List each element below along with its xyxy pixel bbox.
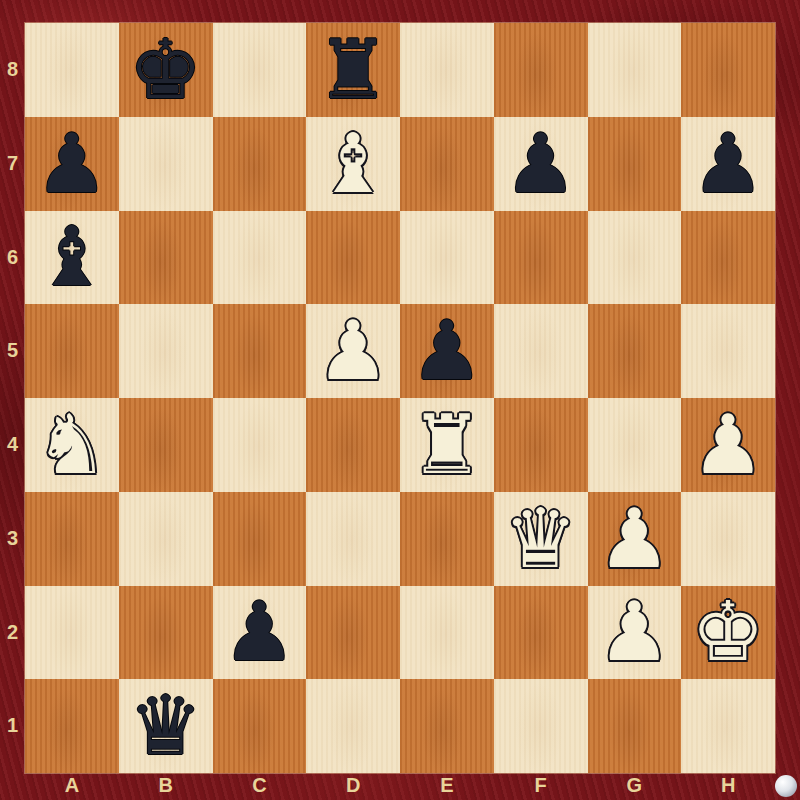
square-e3[interactable] (400, 492, 494, 586)
square-f7[interactable]: ♟ (494, 117, 588, 211)
square-g2[interactable]: ♟ (588, 586, 682, 680)
square-h4[interactable]: ♟ (681, 398, 775, 492)
piece-black-pawn: ♟ (35, 123, 109, 205)
square-e5[interactable]: ♟ (400, 304, 494, 398)
square-c1[interactable] (213, 679, 307, 773)
square-c3[interactable] (213, 492, 307, 586)
square-a6[interactable]: ♝ (25, 211, 119, 305)
square-e1[interactable] (400, 679, 494, 773)
piece-white-king: ♚ (691, 591, 765, 673)
square-h6[interactable] (681, 211, 775, 305)
square-c4[interactable] (213, 398, 307, 492)
piece-black-pawn: ♟ (223, 591, 297, 673)
piece-white-knight: ♞ (35, 404, 109, 486)
file-label-d: D (306, 771, 400, 800)
square-c5[interactable] (213, 304, 307, 398)
square-f6[interactable] (494, 211, 588, 305)
square-a2[interactable] (25, 586, 119, 680)
square-a8[interactable] (25, 23, 119, 117)
square-c7[interactable] (213, 117, 307, 211)
square-b3[interactable] (119, 492, 213, 586)
square-g1[interactable] (588, 679, 682, 773)
file-label-e: E (400, 771, 494, 800)
chessboard-frame: ♚♜♟♝♟♟♝♟♟♞♜♟♛♟♟♟♚♛ 87654321 ABCDEFGH (0, 0, 800, 800)
square-g7[interactable] (588, 117, 682, 211)
square-f4[interactable] (494, 398, 588, 492)
file-label-h: H (681, 771, 775, 800)
square-h1[interactable] (681, 679, 775, 773)
square-g6[interactable] (588, 211, 682, 305)
file-label-a: A (25, 771, 119, 800)
rank-label-1: 1 (0, 679, 25, 773)
square-g4[interactable] (588, 398, 682, 492)
rank-label-4: 4 (0, 398, 25, 492)
rank-label-7: 7 (0, 117, 25, 211)
square-e2[interactable] (400, 586, 494, 680)
piece-white-rook: ♜ (410, 404, 484, 486)
square-b8[interactable]: ♚ (119, 23, 213, 117)
file-label-f: F (494, 771, 588, 800)
square-d7[interactable]: ♝ (306, 117, 400, 211)
square-d8[interactable]: ♜ (306, 23, 400, 117)
rank-label-2: 2 (0, 586, 25, 680)
square-g5[interactable] (588, 304, 682, 398)
file-label-c: C (213, 771, 307, 800)
square-b5[interactable] (119, 304, 213, 398)
square-f5[interactable] (494, 304, 588, 398)
square-d4[interactable] (306, 398, 400, 492)
square-f3[interactable]: ♛ (494, 492, 588, 586)
square-b6[interactable] (119, 211, 213, 305)
piece-black-bishop: ♝ (35, 216, 109, 298)
square-e6[interactable] (400, 211, 494, 305)
piece-black-pawn: ♟ (410, 310, 484, 392)
square-a4[interactable]: ♞ (25, 398, 119, 492)
square-e8[interactable] (400, 23, 494, 117)
square-d5[interactable]: ♟ (306, 304, 400, 398)
piece-white-pawn: ♟ (598, 498, 672, 580)
rank-label-5: 5 (0, 304, 25, 398)
rank-label-3: 3 (0, 492, 25, 586)
piece-black-pawn: ♟ (504, 123, 578, 205)
piece-black-queen: ♛ (129, 685, 203, 767)
square-c6[interactable] (213, 211, 307, 305)
piece-white-pawn: ♟ (316, 310, 390, 392)
square-a3[interactable] (25, 492, 119, 586)
square-a1[interactable] (25, 679, 119, 773)
square-b2[interactable] (119, 586, 213, 680)
square-h3[interactable] (681, 492, 775, 586)
square-e4[interactable]: ♜ (400, 398, 494, 492)
rank-label-6: 6 (0, 211, 25, 305)
square-c8[interactable] (213, 23, 307, 117)
corner-pin (775, 775, 797, 797)
square-b1[interactable]: ♛ (119, 679, 213, 773)
chess-board: ♚♜♟♝♟♟♝♟♟♞♜♟♛♟♟♟♚♛ (25, 23, 775, 773)
square-d1[interactable] (306, 679, 400, 773)
rank-label-8: 8 (0, 23, 25, 117)
square-a7[interactable]: ♟ (25, 117, 119, 211)
square-f8[interactable] (494, 23, 588, 117)
square-g3[interactable]: ♟ (588, 492, 682, 586)
square-f1[interactable] (494, 679, 588, 773)
square-f2[interactable] (494, 586, 588, 680)
square-g8[interactable] (588, 23, 682, 117)
square-h7[interactable]: ♟ (681, 117, 775, 211)
square-b7[interactable] (119, 117, 213, 211)
square-d2[interactable] (306, 586, 400, 680)
piece-black-pawn: ♟ (691, 123, 765, 205)
square-h5[interactable] (681, 304, 775, 398)
piece-white-queen: ♛ (504, 498, 578, 580)
file-label-b: B (119, 771, 213, 800)
square-a5[interactable] (25, 304, 119, 398)
square-d6[interactable] (306, 211, 400, 305)
piece-black-king: ♚ (129, 29, 203, 111)
piece-white-bishop: ♝ (316, 123, 390, 205)
square-h8[interactable] (681, 23, 775, 117)
file-label-g: G (588, 771, 682, 800)
piece-black-rook: ♜ (316, 29, 390, 111)
square-b4[interactable] (119, 398, 213, 492)
square-e7[interactable] (400, 117, 494, 211)
square-d3[interactable] (306, 492, 400, 586)
piece-white-pawn: ♟ (598, 591, 672, 673)
square-c2[interactable]: ♟ (213, 586, 307, 680)
square-h2[interactable]: ♚ (681, 586, 775, 680)
piece-white-pawn: ♟ (691, 404, 765, 486)
